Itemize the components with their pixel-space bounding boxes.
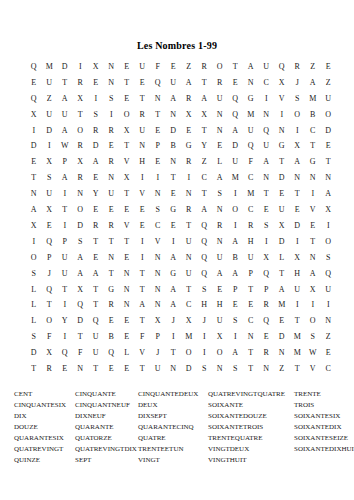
grid-cell-r17c9: X (150, 313, 166, 329)
grid-cell-r1c12: R (197, 59, 213, 75)
grid-cell-r5c3: A (57, 123, 73, 139)
word-list-item: CINQUANTEDEUX (138, 389, 208, 400)
grid-cell-r8c17: D (274, 170, 290, 186)
grid-cell-r12c11: U (181, 234, 197, 250)
grid-cell-r18c17: D (274, 329, 290, 345)
grid-cell-r4c13: N (212, 107, 228, 123)
grid-cell-r13c1: O (26, 250, 42, 266)
grid-cell-r1c20: E (321, 59, 337, 75)
grid-cell-r20c11: D (181, 361, 197, 377)
grid-cell-r10c20: X (321, 202, 337, 218)
grid-cell-r3c5: I (88, 91, 104, 107)
grid-cell-r12c1: I (26, 234, 42, 250)
grid-cell-r5c18: I (290, 123, 306, 139)
grid-cell-r2c20: Z (321, 75, 337, 91)
grid-cell-r1c14: T (228, 59, 244, 75)
grid-cell-r16c8: A (135, 297, 151, 313)
grid-cell-r16c11: C (181, 297, 197, 313)
grid-cell-r10c16: E (259, 202, 275, 218)
grid-cell-r11c15: R (243, 218, 259, 234)
grid-cell-r9c16: T (259, 186, 275, 202)
grid-cell-r3c20: U (321, 91, 337, 107)
grid-cell-r18c8: F (135, 329, 151, 345)
word-list-item: QUATORZE (75, 433, 138, 444)
word-list-item: DEUX (138, 400, 208, 411)
grid-cell-r12c18: I (290, 234, 306, 250)
grid-cell-r2c9: Q (150, 75, 166, 91)
grid-cell-r18c9: P (150, 329, 166, 345)
grid-cell-r3c3: A (57, 91, 73, 107)
grid-cell-r8c14: M (228, 170, 244, 186)
grid-cell-r14c19: A (305, 266, 321, 282)
grid-cell-r11c20: I (321, 218, 337, 234)
grid-cell-r19c4: F (73, 345, 89, 361)
grid-cell-r13c17: L (274, 250, 290, 266)
grid-cell-r17c11: X (181, 313, 197, 329)
word-search-grid: QMDIXNEUFEZROTAUQRZEEUTRENTEQUATRENCXJAZ… (26, 59, 336, 377)
grid-cell-r10c17: U (274, 202, 290, 218)
grid-cell-r19c3: Q (57, 345, 73, 361)
grid-cell-r5c15: U (243, 123, 259, 139)
grid-cell-r15c3: T (57, 282, 73, 298)
grid-cell-r3c8: T (135, 91, 151, 107)
grid-cell-r6c13: E (212, 138, 228, 154)
grid-cell-r19c7: L (119, 345, 135, 361)
grid-cell-r20c13: N (212, 361, 228, 377)
grid-cell-r10c8: E (135, 202, 151, 218)
grid-cell-r3c4: X (73, 91, 89, 107)
grid-cell-r5c8: U (135, 123, 151, 139)
grid-cell-r3c12: A (197, 91, 213, 107)
grid-cell-r16c3: I (57, 297, 73, 313)
grid-cell-r12c3: P (57, 234, 73, 250)
grid-cell-r14c3: U (57, 266, 73, 282)
grid-cell-r20c6: E (104, 361, 120, 377)
word-list-item: SOIXANTEDIXHUIT (294, 444, 350, 455)
grid-cell-r11c2: E (42, 218, 58, 234)
word-list-item: TRENTEQUATRE (208, 433, 294, 444)
grid-cell-r12c5: T (88, 234, 104, 250)
grid-cell-r16c12: H (197, 297, 213, 313)
grid-cell-r9c9: N (150, 186, 166, 202)
grid-cell-r6c6: E (104, 138, 120, 154)
grid-cell-r19c2: X (42, 345, 58, 361)
grid-cell-r4c7: O (119, 107, 135, 123)
word-list-item: QUATREVINGTDIX (75, 444, 138, 455)
grid-cell-r5c16: Q (259, 123, 275, 139)
grid-cell-r3c10: A (166, 91, 182, 107)
grid-cell-r11c12: Q (197, 218, 213, 234)
grid-cell-r16c19: I (305, 297, 321, 313)
grid-cell-r20c18: T (290, 361, 306, 377)
grid-cell-r13c20: S (321, 250, 337, 266)
grid-cell-r14c12: Q (197, 266, 213, 282)
grid-cell-r9c11: N (181, 186, 197, 202)
grid-cell-r11c7: V (119, 218, 135, 234)
grid-cell-r12c20: O (321, 234, 337, 250)
grid-cell-r14c1: S (26, 266, 42, 282)
grid-cell-r2c19: A (305, 75, 321, 91)
grid-cell-r8c13: A (212, 170, 228, 186)
grid-cell-r3c6: S (104, 91, 120, 107)
grid-cell-r11c13: R (212, 218, 228, 234)
grid-cell-r1c10: E (166, 59, 182, 75)
word-list-item: TROIS (294, 400, 350, 411)
grid-cell-r6c19: T (305, 138, 321, 154)
grid-cell-r2c17: X (274, 75, 290, 91)
grid-cell-r13c12: Q (197, 250, 213, 266)
grid-cell-r3c9: N (150, 91, 166, 107)
grid-cell-r20c19: V (305, 361, 321, 377)
grid-cell-r8c7: X (119, 170, 135, 186)
grid-cell-r3c11: R (181, 91, 197, 107)
grid-cell-r6c4: R (73, 138, 89, 154)
grid-cell-r12c16: I (259, 234, 275, 250)
grid-cell-r18c15: N (243, 329, 259, 345)
grid-cell-r15c11: T (181, 282, 197, 298)
grid-cell-r2c6: N (104, 75, 120, 91)
grid-cell-r10c10: G (166, 202, 182, 218)
grid-cell-r3c17: V (274, 91, 290, 107)
grid-cell-r20c4: N (73, 361, 89, 377)
grid-cell-r9c19: I (305, 186, 321, 202)
grid-cell-r14c6: T (104, 266, 120, 282)
grid-cell-r11c6: R (104, 218, 120, 234)
grid-cell-r15c5: T (88, 282, 104, 298)
grid-cell-r5c11: E (181, 123, 197, 139)
grid-cell-r5c20: D (321, 123, 337, 139)
grid-cell-r8c8: I (135, 170, 151, 186)
grid-cell-r19c18: M (290, 345, 306, 361)
grid-cell-r4c19: B (305, 107, 321, 123)
grid-cell-r4c8: R (135, 107, 151, 123)
grid-cell-r8c16: N (259, 170, 275, 186)
grid-cell-r8c15: C (243, 170, 259, 186)
grid-cell-r19c15: T (243, 345, 259, 361)
word-list-item: SOIXANTEDOUZE (208, 411, 294, 422)
grid-cell-r1c4: I (73, 59, 89, 75)
grid-cell-r16c7: N (119, 297, 135, 313)
grid-cell-r10c12: A (197, 202, 213, 218)
grid-cell-r2c10: U (166, 75, 182, 91)
grid-cell-r8c5: E (88, 170, 104, 186)
grid-cell-r20c7: E (119, 361, 135, 377)
grid-cell-r12c14: A (228, 234, 244, 250)
grid-cell-r15c16: P (259, 282, 275, 298)
word-list-item: SOIXANTESIX (294, 411, 350, 422)
grid-cell-r17c10: J (166, 313, 182, 329)
grid-cell-r11c16: S (259, 218, 275, 234)
grid-cell-r6c18: X (290, 138, 306, 154)
grid-cell-r14c8: T (135, 266, 151, 282)
grid-cell-r10c15: C (243, 202, 259, 218)
grid-cell-r1c2: M (42, 59, 58, 75)
grid-cell-r13c9: N (150, 250, 166, 266)
word-list-item: CINQUANTESIX (14, 400, 75, 411)
grid-cell-r17c12: J (197, 313, 213, 329)
grid-cell-r1c8: U (135, 59, 151, 75)
word-list-item: QUATREVINGT (14, 444, 75, 455)
grid-cell-r8c1: T (26, 170, 42, 186)
grid-cell-r7c17: T (274, 154, 290, 170)
grid-cell-r2c7: T (119, 75, 135, 91)
grid-cell-r9c2: U (42, 186, 58, 202)
grid-cell-r15c10: A (166, 282, 182, 298)
grid-cell-r11c19: E (305, 218, 321, 234)
grid-cell-r20c5: T (88, 361, 104, 377)
grid-cell-r19c6: Q (104, 345, 120, 361)
grid-cell-r3c13: U (212, 91, 228, 107)
puzzle-title: Les Nombres 1-99 (0, 40, 354, 51)
grid-cell-r4c2: U (42, 107, 58, 123)
grid-cell-r18c11: M (181, 329, 197, 345)
grid-cell-r17c15: C (243, 313, 259, 329)
grid-cell-r19c12: I (197, 345, 213, 361)
grid-cell-r1c5: X (88, 59, 104, 75)
grid-cell-r1c11: Z (181, 59, 197, 75)
grid-cell-r2c14: E (228, 75, 244, 91)
grid-cell-r15c9: N (150, 282, 166, 298)
grid-cell-r5c14: A (228, 123, 244, 139)
grid-cell-r9c15: M (243, 186, 259, 202)
grid-cell-r10c2: X (42, 202, 58, 218)
grid-cell-r1c15: A (243, 59, 259, 75)
grid-cell-r15c19: X (305, 282, 321, 298)
grid-cell-r2c2: U (42, 75, 58, 91)
grid-cell-r17c1: L (26, 313, 42, 329)
word-list-item: VINGTDEUX (208, 444, 294, 455)
grid-cell-r18c4: T (73, 329, 89, 345)
grid-cell-r15c1: L (26, 282, 42, 298)
grid-cell-r17c7: E (119, 313, 135, 329)
grid-cell-r13c2: P (42, 250, 58, 266)
grid-cell-r13c4: A (73, 250, 89, 266)
grid-cell-r8c19: N (305, 170, 321, 186)
grid-cell-r11c9: C (150, 218, 166, 234)
grid-cell-r6c17: G (274, 138, 290, 154)
grid-cell-r20c12: S (197, 361, 213, 377)
word-list: CENTCINQUANTECINQUANTEDEUXQUATREVINGTQUA… (14, 389, 350, 466)
grid-cell-r18c14: I (228, 329, 244, 345)
grid-cell-r13c8: I (135, 250, 151, 266)
grid-cell-r6c10: B (166, 138, 182, 154)
grid-cell-r3c14: Q (228, 91, 244, 107)
grid-cell-r7c10: N (166, 154, 182, 170)
grid-cell-r12c7: T (119, 234, 135, 250)
grid-cell-r5c7: X (119, 123, 135, 139)
grid-cell-r5c1: I (26, 123, 42, 139)
grid-cell-r1c17: Q (274, 59, 290, 75)
grid-cell-r18c12: I (197, 329, 213, 345)
grid-cell-r13c3: U (57, 250, 73, 266)
grid-cell-r4c12: X (197, 107, 213, 123)
grid-cell-r12c17: D (274, 234, 290, 250)
grid-cell-r8c10: T (166, 170, 182, 186)
grid-cell-r3c18: S (290, 91, 306, 107)
grid-cell-r6c2: I (42, 138, 58, 154)
word-list-item: CINQUANTNEUF (75, 400, 138, 411)
grid-cell-r2c5: E (88, 75, 104, 91)
grid-cell-r9c12: T (197, 186, 213, 202)
grid-cell-r11c3: I (57, 218, 73, 234)
grid-cell-r1c9: F (150, 59, 166, 75)
word-list-item: DIXNEUF (75, 411, 138, 422)
grid-cell-r1c3: D (57, 59, 73, 75)
grid-cell-r18c19: S (305, 329, 321, 345)
grid-cell-r11c18: D (290, 218, 306, 234)
grid-cell-r14c18: H (290, 266, 306, 282)
grid-cell-r10c14: O (228, 202, 244, 218)
grid-cell-r7c3: P (57, 154, 73, 170)
grid-cell-r13c5: E (88, 250, 104, 266)
grid-cell-r10c3: T (57, 202, 73, 218)
grid-cell-r14c20: Q (321, 266, 337, 282)
grid-cell-r19c10: T (166, 345, 182, 361)
grid-cell-r14c10: G (166, 266, 182, 282)
grid-cell-r10c19: V (305, 202, 321, 218)
grid-cell-r15c6: G (104, 282, 120, 298)
grid-cell-r7c16: A (259, 154, 275, 170)
grid-cell-r18c7: E (119, 329, 135, 345)
grid-cell-r4c11: X (181, 107, 197, 123)
grid-cell-r1c16: U (259, 59, 275, 75)
grid-cell-r15c14: P (228, 282, 244, 298)
grid-cell-r7c8: H (135, 154, 151, 170)
grid-cell-r7c15: F (243, 154, 259, 170)
grid-cell-r13c14: B (228, 250, 244, 266)
grid-cell-r8c9: I (150, 170, 166, 186)
grid-cell-r15c12: S (197, 282, 213, 298)
grid-cell-r12c19: T (305, 234, 321, 250)
grid-cell-r19c13: O (212, 345, 228, 361)
grid-cell-r12c10: I (166, 234, 182, 250)
word-list-item: CENT (14, 389, 75, 400)
grid-cell-r19c19: W (305, 345, 321, 361)
word-list-item: DIX (14, 411, 75, 422)
grid-cell-r10c4: O (73, 202, 89, 218)
grid-cell-r6c16: U (259, 138, 275, 154)
grid-cell-r16c20: I (321, 297, 337, 313)
grid-cell-r4c6: I (104, 107, 120, 123)
grid-cell-r14c9: N (150, 266, 166, 282)
grid-cell-r20c14: S (228, 361, 244, 377)
grid-cell-r1c7: E (119, 59, 135, 75)
grid-cell-r3c1: Q (26, 91, 42, 107)
grid-cell-r9c4: N (73, 186, 89, 202)
grid-cell-r16c6: R (104, 297, 120, 313)
word-list-item: SOIXANTETROIS (208, 422, 294, 433)
grid-cell-r1c6: N (104, 59, 120, 75)
grid-cell-r9c1: N (26, 186, 42, 202)
grid-cell-r6c8: N (135, 138, 151, 154)
grid-cell-r15c15: T (243, 282, 259, 298)
grid-cell-r15c18: U (290, 282, 306, 298)
grid-cell-r18c16: E (259, 329, 275, 345)
grid-cell-r20c16: N (259, 361, 275, 377)
grid-cell-r17c5: Q (88, 313, 104, 329)
grid-cell-r3c7: E (119, 91, 135, 107)
grid-cell-r4c10: N (166, 107, 182, 123)
grid-cell-r19c8: V (135, 345, 151, 361)
grid-cell-r6c9: P (150, 138, 166, 154)
grid-cell-r15c13: E (212, 282, 228, 298)
grid-cell-r6c20: E (321, 138, 337, 154)
grid-cell-r5c13: N (212, 123, 228, 139)
grid-cell-r4c20: O (321, 107, 337, 123)
grid-cell-r9c3: I (57, 186, 73, 202)
grid-cell-r6c14: D (228, 138, 244, 154)
grid-cell-r20c1: T (26, 361, 42, 377)
grid-cell-r14c2: J (42, 266, 58, 282)
grid-cell-r5c19: C (305, 123, 321, 139)
grid-cell-r16c4: Q (73, 297, 89, 313)
word-list-item: CINQUANTE (75, 389, 138, 400)
grid-cell-r9c13: S (212, 186, 228, 202)
grid-cell-r20c3: E (57, 361, 73, 377)
grid-cell-r6c15: Q (243, 138, 259, 154)
grid-cell-r8c6: N (104, 170, 120, 186)
grid-cell-r15c17: A (274, 282, 290, 298)
grid-cell-r17c2: O (42, 313, 58, 329)
grid-cell-r8c3: A (57, 170, 73, 186)
word-list-item: DIXSEPT (138, 411, 208, 422)
word-list-item: QUATREVINGTQUATRE (208, 389, 294, 400)
grid-cell-r13c15: U (243, 250, 259, 266)
grid-cell-r1c1: Q (26, 59, 42, 75)
grid-cell-r7c6: R (104, 154, 120, 170)
grid-cell-r7c5: A (88, 154, 104, 170)
grid-cell-r12c2: Q (42, 234, 58, 250)
grid-cell-r18c1: S (26, 329, 42, 345)
grid-cell-r16c17: M (274, 297, 290, 313)
grid-cell-r6c12: Y (197, 138, 213, 154)
grid-cell-r9c17: E (274, 186, 290, 202)
grid-cell-r18c10: I (166, 329, 182, 345)
grid-cell-r16c1: L (26, 297, 42, 313)
grid-cell-r20c9: U (150, 361, 166, 377)
grid-cell-r13c19: N (305, 250, 321, 266)
grid-cell-r1c18: R (290, 59, 306, 75)
grid-cell-r4c16: N (259, 107, 275, 123)
grid-cell-r7c20: T (321, 154, 337, 170)
word-list-item: QUINZE (14, 455, 75, 466)
grid-cell-r8c20: N (321, 170, 337, 186)
grid-cell-r18c3: I (57, 329, 73, 345)
grid-cell-r17c3: Y (57, 313, 73, 329)
grid-cell-r9c18: T (290, 186, 306, 202)
grid-cell-r6c1: D (26, 138, 42, 154)
grid-cell-r15c8: T (135, 282, 151, 298)
grid-cell-r6c5: D (88, 138, 104, 154)
grid-cell-r18c2: F (42, 329, 58, 345)
grid-cell-r19c16: R (259, 345, 275, 361)
word-list-item: SOIXANTE (208, 400, 294, 411)
grid-cell-r12c8: I (135, 234, 151, 250)
grid-cell-r13c11: N (181, 250, 197, 266)
grid-cell-r17c6: E (104, 313, 120, 329)
grid-cell-r17c14: S (228, 313, 244, 329)
grid-cell-r19c1: D (26, 345, 42, 361)
grid-cell-r4c1: X (26, 107, 42, 123)
grid-cell-r2c16: C (259, 75, 275, 91)
grid-cell-r3c2: Z (42, 91, 58, 107)
word-list-item: QUARANTECINQ (138, 422, 208, 433)
grid-cell-r4c9: T (150, 107, 166, 123)
grid-cell-r11c17: X (274, 218, 290, 234)
grid-cell-r19c20: E (321, 345, 337, 361)
grid-cell-r20c17: Z (274, 361, 290, 377)
grid-cell-r20c10: N (166, 361, 182, 377)
